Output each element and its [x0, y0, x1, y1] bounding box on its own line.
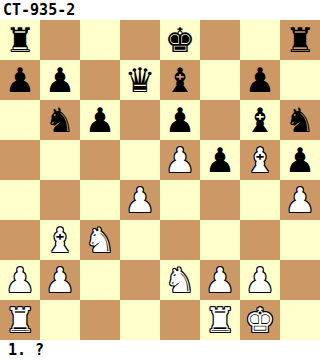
square-c7[interactable] [80, 60, 120, 100]
square-f5[interactable]: ♟ [200, 140, 240, 180]
square-c2[interactable] [80, 260, 120, 300]
square-d7[interactable]: ♛ [120, 60, 160, 100]
square-c5[interactable] [80, 140, 120, 180]
piece-white-rook: ♜ [0, 300, 40, 340]
square-b5[interactable] [40, 140, 80, 180]
square-f6[interactable] [200, 100, 240, 140]
square-g1[interactable]: ♚ [240, 300, 280, 340]
square-g6[interactable]: ♝ [240, 100, 280, 140]
square-b3[interactable]: ♝ [40, 220, 80, 260]
square-c1[interactable] [80, 300, 120, 340]
piece-black-pawn: ♟ [40, 60, 80, 100]
square-e2[interactable]: ♞ [160, 260, 200, 300]
square-a5[interactable] [0, 140, 40, 180]
square-e7[interactable]: ♝ [160, 60, 200, 100]
square-a7[interactable]: ♟ [0, 60, 40, 100]
square-b8[interactable] [40, 20, 80, 60]
square-c8[interactable] [80, 20, 120, 60]
piece-black-pawn: ♟ [160, 100, 200, 140]
square-d6[interactable] [120, 100, 160, 140]
piece-white-bishop: ♝ [40, 220, 80, 260]
piece-black-queen: ♛ [120, 60, 160, 100]
square-d8[interactable] [120, 20, 160, 60]
square-h7[interactable] [280, 60, 320, 100]
piece-black-pawn: ♟ [80, 100, 120, 140]
piece-white-knight: ♞ [80, 220, 120, 260]
square-a3[interactable] [0, 220, 40, 260]
square-d3[interactable] [120, 220, 160, 260]
square-b1[interactable] [40, 300, 80, 340]
square-d4[interactable]: ♟ [120, 180, 160, 220]
square-b4[interactable] [40, 180, 80, 220]
square-a6[interactable] [0, 100, 40, 140]
square-d5[interactable] [120, 140, 160, 180]
square-c3[interactable]: ♞ [80, 220, 120, 260]
piece-white-pawn: ♟ [120, 180, 160, 220]
piece-white-king: ♚ [240, 300, 280, 340]
square-a8[interactable]: ♜ [0, 20, 40, 60]
square-f4[interactable] [200, 180, 240, 220]
square-g4[interactable] [240, 180, 280, 220]
chess-diagram: CT-935-2 ♜♚♜♟♟♛♝♟♞♟♟♝♞♟♟♝♟♟♟♝♞♟♟♞♟♟♜♜♚ 1… [0, 0, 320, 360]
square-h2[interactable] [280, 260, 320, 300]
square-h5[interactable]: ♟ [280, 140, 320, 180]
square-e4[interactable] [160, 180, 200, 220]
square-g2[interactable]: ♟ [240, 260, 280, 300]
piece-black-pawn: ♟ [240, 60, 280, 100]
piece-black-bishop: ♝ [160, 60, 200, 100]
square-g3[interactable] [240, 220, 280, 260]
square-f3[interactable] [200, 220, 240, 260]
piece-white-pawn: ♟ [0, 260, 40, 300]
square-g5[interactable]: ♝ [240, 140, 280, 180]
piece-white-pawn: ♟ [40, 260, 80, 300]
square-e6[interactable]: ♟ [160, 100, 200, 140]
piece-white-rook: ♜ [200, 300, 240, 340]
piece-black-pawn: ♟ [200, 140, 240, 180]
diagram-title: CT-935-2 [0, 0, 320, 20]
square-h4[interactable]: ♟ [280, 180, 320, 220]
chess-board: ♜♚♜♟♟♛♝♟♞♟♟♝♞♟♟♝♟♟♟♝♞♟♟♞♟♟♜♜♚ [0, 20, 320, 340]
piece-black-rook: ♜ [280, 20, 320, 60]
square-c4[interactable] [80, 180, 120, 220]
square-a2[interactable]: ♟ [0, 260, 40, 300]
square-e1[interactable] [160, 300, 200, 340]
square-d2[interactable] [120, 260, 160, 300]
square-b2[interactable]: ♟ [40, 260, 80, 300]
piece-white-pawn: ♟ [240, 260, 280, 300]
piece-black-knight: ♞ [280, 100, 320, 140]
piece-white-pawn: ♟ [160, 140, 200, 180]
square-f7[interactable] [200, 60, 240, 100]
piece-black-rook: ♜ [0, 20, 40, 60]
square-e5[interactable]: ♟ [160, 140, 200, 180]
square-d1[interactable] [120, 300, 160, 340]
square-h8[interactable]: ♜ [280, 20, 320, 60]
piece-black-pawn: ♟ [0, 60, 40, 100]
piece-white-pawn: ♟ [200, 260, 240, 300]
piece-white-bishop: ♝ [240, 140, 280, 180]
piece-black-knight: ♞ [40, 100, 80, 140]
square-h1[interactable] [280, 300, 320, 340]
piece-white-pawn: ♟ [280, 180, 320, 220]
square-e3[interactable] [160, 220, 200, 260]
square-h3[interactable] [280, 220, 320, 260]
square-f2[interactable]: ♟ [200, 260, 240, 300]
square-b7[interactable]: ♟ [40, 60, 80, 100]
square-f1[interactable]: ♜ [200, 300, 240, 340]
piece-black-pawn: ♟ [280, 140, 320, 180]
square-c6[interactable]: ♟ [80, 100, 120, 140]
square-a4[interactable] [0, 180, 40, 220]
square-e8[interactable]: ♚ [160, 20, 200, 60]
square-g7[interactable]: ♟ [240, 60, 280, 100]
square-h6[interactable]: ♞ [280, 100, 320, 140]
piece-black-bishop: ♝ [240, 100, 280, 140]
square-f8[interactable] [200, 20, 240, 60]
move-prompt: 1. ? [0, 340, 320, 360]
square-a1[interactable]: ♜ [0, 300, 40, 340]
piece-black-king: ♚ [160, 20, 200, 60]
piece-white-knight: ♞ [160, 260, 200, 300]
square-b6[interactable]: ♞ [40, 100, 80, 140]
square-g8[interactable] [240, 20, 280, 60]
